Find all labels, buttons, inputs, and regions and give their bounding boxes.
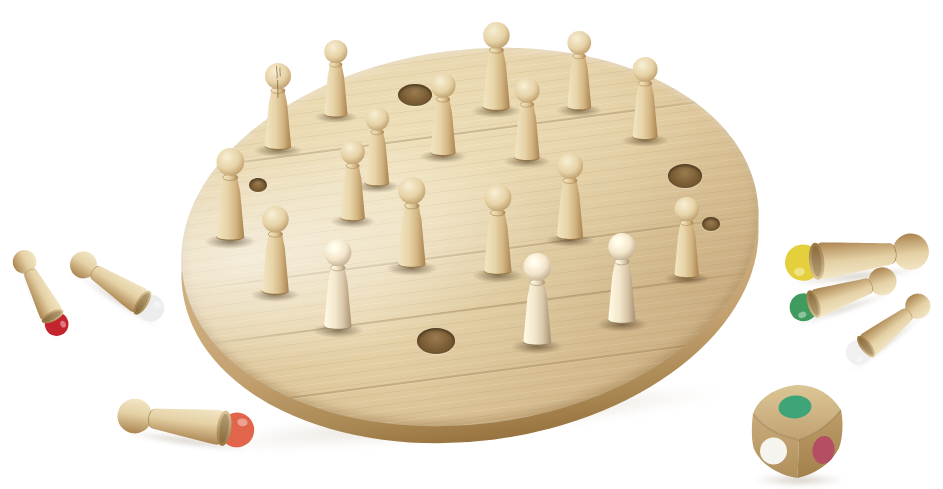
- standing-peg-R[interactable]: [601, 232, 643, 328]
- standing-peg-K[interactable]: [391, 176, 433, 272]
- standing-peg-P[interactable]: [317, 238, 359, 334]
- loose-peg-orange-red[interactable]: [112, 390, 261, 455]
- memory-chess-photo: [0, 0, 943, 489]
- standing-peg-L[interactable]: [477, 183, 519, 279]
- standing-peg-B[interactable]: [318, 39, 354, 121]
- standing-peg-D[interactable]: [424, 72, 462, 160]
- board-hole-2[interactable]: [668, 164, 702, 188]
- die-white-dot: [760, 438, 787, 465]
- standing-peg-F[interactable]: [508, 77, 546, 165]
- standing-peg-A[interactable]: [258, 62, 298, 154]
- color-die[interactable]: [748, 383, 848, 483]
- board-hole-5[interactable]: [417, 328, 455, 354]
- standing-peg-I[interactable]: [209, 147, 252, 245]
- standing-peg-G[interactable]: [561, 30, 598, 114]
- standing-peg-H[interactable]: [626, 56, 664, 144]
- standing-peg-N[interactable]: [668, 196, 705, 282]
- loose-peg-white-left[interactable]: [61, 242, 175, 333]
- standing-peg-Q[interactable]: [516, 252, 559, 350]
- board-hole-4[interactable]: [249, 178, 267, 192]
- loose-peg-red[interactable]: [5, 243, 78, 345]
- standing-peg-O[interactable]: [255, 205, 296, 299]
- standing-peg-J[interactable]: [334, 139, 371, 225]
- standing-peg-M[interactable]: [550, 152, 590, 244]
